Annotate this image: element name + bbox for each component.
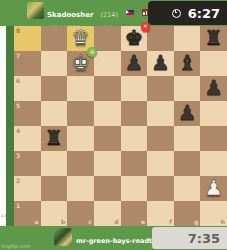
black-rook[interactable]: ♜ bbox=[200, 26, 227, 51]
square-f8[interactable] bbox=[147, 26, 174, 51]
square-a3[interactable]: 3 bbox=[14, 151, 41, 176]
black-pawn[interactable]: ♟ bbox=[174, 101, 201, 126]
square-a2[interactable]: 2 bbox=[14, 176, 41, 201]
square-f3[interactable] bbox=[147, 151, 174, 176]
board: 8♛♚✕♜7♚♔♟♟♝6♟5♟4♜32♟1abcdefgh bbox=[14, 26, 227, 226]
square-h8[interactable]: ♜ bbox=[200, 26, 227, 51]
file-label-c: c bbox=[88, 219, 92, 225]
square-g8[interactable] bbox=[174, 26, 201, 51]
rank-label-1: 1 bbox=[16, 203, 20, 209]
bottom-player-avatar[interactable] bbox=[54, 228, 72, 246]
square-f2[interactable] bbox=[147, 176, 174, 201]
square-h1[interactable]: h bbox=[200, 201, 227, 226]
square-b3[interactable] bbox=[41, 151, 68, 176]
black-rook[interactable]: ♜ bbox=[41, 126, 68, 151]
file-label-b: b bbox=[61, 219, 65, 225]
square-c7[interactable]: ♚♔ bbox=[67, 51, 94, 76]
square-g4[interactable] bbox=[174, 126, 201, 151]
square-h3[interactable] bbox=[200, 151, 227, 176]
square-d3[interactable] bbox=[94, 151, 121, 176]
square-e7[interactable]: ♟ bbox=[121, 51, 148, 76]
top-player-bar: Skadoosher (214) ♟♟♟♟♟♟♟♞♞♝♝♜♜+7 6:27 bbox=[0, 0, 227, 26]
rank-label-8: 8 bbox=[16, 28, 20, 34]
file-label-g: g bbox=[194, 219, 198, 225]
square-h6[interactable]: ♟ bbox=[200, 76, 227, 101]
square-h2[interactable]: ♟ bbox=[200, 176, 227, 201]
black-bishop[interactable]: ♝ bbox=[174, 51, 201, 76]
square-b5[interactable] bbox=[41, 101, 68, 126]
rank-label-5: 5 bbox=[16, 103, 20, 109]
square-e2[interactable] bbox=[121, 176, 148, 201]
square-a4[interactable]: 4 bbox=[14, 126, 41, 151]
square-c2[interactable] bbox=[67, 176, 94, 201]
square-e8[interactable]: ♚✕ bbox=[121, 26, 148, 51]
top-player-rating: (214) bbox=[101, 11, 118, 19]
square-a7[interactable]: 7 bbox=[14, 51, 41, 76]
square-f6[interactable] bbox=[147, 76, 174, 101]
loser-badge-icon: ✕ bbox=[141, 22, 151, 32]
square-b7[interactable] bbox=[41, 51, 68, 76]
square-d5[interactable] bbox=[94, 101, 121, 126]
file-label-f: f bbox=[169, 219, 172, 225]
file-label-e: e bbox=[141, 219, 145, 225]
square-g6[interactable] bbox=[174, 76, 201, 101]
square-b4[interactable]: ♜ bbox=[41, 126, 68, 151]
square-a6[interactable]: 6 bbox=[14, 76, 41, 101]
square-d1[interactable]: d bbox=[94, 201, 121, 226]
square-g3[interactable] bbox=[174, 151, 201, 176]
rank-label-6: 6 bbox=[16, 78, 20, 84]
square-e3[interactable] bbox=[121, 151, 148, 176]
square-d4[interactable] bbox=[94, 126, 121, 151]
square-c1[interactable]: c bbox=[67, 201, 94, 226]
imgflip-watermark: imgflip.com bbox=[1, 243, 30, 249]
square-a5[interactable]: 5 bbox=[14, 101, 41, 126]
winner-badge-icon: ♔ bbox=[87, 47, 97, 57]
square-e6[interactable] bbox=[121, 76, 148, 101]
file-label-d: d bbox=[114, 219, 118, 225]
black-clock-time: 6:27 bbox=[188, 6, 220, 21]
top-player-name-row: Skadoosher (214) bbox=[47, 2, 150, 21]
rank-label-4: 4 bbox=[16, 128, 20, 134]
square-h7[interactable] bbox=[200, 51, 227, 76]
square-b1[interactable]: b bbox=[41, 201, 68, 226]
black-clock[interactable]: 6:27 bbox=[148, 1, 227, 25]
square-e1[interactable]: e bbox=[121, 201, 148, 226]
philippines-flag-icon bbox=[126, 10, 134, 15]
square-h4[interactable] bbox=[200, 126, 227, 151]
square-c6[interactable] bbox=[67, 76, 94, 101]
square-e5[interactable] bbox=[121, 101, 148, 126]
bottom-player-bar: mr-green-bays-roadto-2000 (246) ♟♟♟♟♝♞♞♛… bbox=[0, 226, 227, 250]
square-c4[interactable] bbox=[67, 126, 94, 151]
square-e4[interactable] bbox=[121, 126, 148, 151]
chess-app-screen: Skadoosher (214) ♟♟♟♟♟♟♟♞♞♝♝♜♜+7 6:27 1.… bbox=[0, 0, 227, 250]
file-label-a: a bbox=[35, 219, 39, 225]
square-f4[interactable] bbox=[147, 126, 174, 151]
square-a8[interactable]: 8 bbox=[14, 26, 41, 51]
rank-label-7: 7 bbox=[16, 53, 20, 59]
square-b6[interactable] bbox=[41, 76, 68, 101]
rank-label-2: 2 bbox=[16, 178, 20, 184]
square-d6[interactable] bbox=[94, 76, 121, 101]
black-pawn[interactable]: ♟ bbox=[121, 51, 148, 76]
square-g5[interactable]: ♟ bbox=[174, 101, 201, 126]
clock-icon bbox=[172, 9, 181, 18]
square-f1[interactable]: f bbox=[147, 201, 174, 226]
black-pawn[interactable]: ♟ bbox=[200, 76, 227, 101]
square-f7[interactable]: ♟ bbox=[147, 51, 174, 76]
square-b2[interactable] bbox=[41, 176, 68, 201]
square-a1[interactable]: 1a bbox=[14, 201, 41, 226]
square-b8[interactable] bbox=[41, 26, 68, 51]
white-clock[interactable]: 7:35 bbox=[152, 227, 227, 249]
top-player-avatar[interactable] bbox=[27, 2, 44, 19]
square-h5[interactable] bbox=[200, 101, 227, 126]
white-pawn[interactable]: ♟ bbox=[200, 176, 227, 201]
file-label-h: h bbox=[221, 219, 225, 225]
black-pawn[interactable]: ♟ bbox=[147, 51, 174, 76]
square-d7[interactable] bbox=[94, 51, 121, 76]
square-c5[interactable] bbox=[67, 101, 94, 126]
white-clock-time: 7:35 bbox=[188, 231, 220, 246]
rank-label-3: 3 bbox=[16, 153, 20, 159]
square-g1[interactable]: g bbox=[174, 201, 201, 226]
top-player-name[interactable]: Skadoosher bbox=[47, 11, 93, 19]
square-d8[interactable] bbox=[94, 26, 121, 51]
square-c3[interactable] bbox=[67, 151, 94, 176]
square-g2[interactable] bbox=[174, 176, 201, 201]
square-g7[interactable]: ♝ bbox=[174, 51, 201, 76]
square-f5[interactable] bbox=[147, 101, 174, 126]
board-left-gap bbox=[6, 26, 14, 226]
square-d2[interactable] bbox=[94, 176, 121, 201]
